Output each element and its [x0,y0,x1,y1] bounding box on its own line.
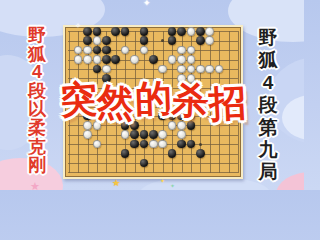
black-stone [111,27,120,36]
board-vline [153,31,154,173]
thumbnail-canvas: { "game": "go", "title": { "main": "突然的杀… [0,0,304,190]
black-stone [121,27,130,36]
white-stone [93,121,102,130]
board-vline [116,31,117,173]
star-icon: ★ [112,178,120,188]
white-stone [177,65,186,74]
black-stone [121,121,130,130]
white-stone [83,130,92,139]
white-stone [168,121,177,130]
board-vline [229,31,230,173]
white-stone [177,121,186,130]
marker-dot [199,143,202,146]
sparkle-icon: ✦ [170,182,175,189]
board-vline [238,31,239,173]
white-stone [83,121,92,130]
right-caption: 野 狐 4 段 第 九 局 [252,27,284,184]
black-stone [177,27,186,36]
white-stone [177,55,186,64]
black-stone [111,55,120,64]
white-stone [187,27,196,36]
black-stone [196,149,205,158]
white-stone [149,140,158,149]
board-vline [163,31,164,173]
board-vline [69,31,70,173]
black-stone [93,27,102,36]
white-stone [205,27,214,36]
black-stone [140,27,149,36]
black-stone [83,112,92,121]
star-icon: ★ [30,180,40,190]
white-stone [83,55,92,64]
black-stone [102,46,111,55]
black-stone [102,74,111,83]
sparkle-icon: ✧ [75,22,81,30]
white-stone [177,74,186,83]
black-stone [149,55,158,64]
white-stone [187,74,196,83]
black-stone [102,55,111,64]
black-stone [130,121,139,130]
black-stone [187,121,196,130]
sparkle-icon: ✦ [143,0,151,8]
black-stone [149,130,158,139]
black-stone [168,27,177,36]
black-stone [102,112,111,121]
black-stone [83,27,92,36]
white-stone [93,55,102,64]
white-stone [177,130,186,139]
black-stone [83,36,92,45]
white-stone [102,65,111,74]
black-stone [177,112,186,121]
black-stone [102,36,111,45]
white-stone [187,55,196,64]
black-stone [196,27,205,36]
white-stone [196,65,205,74]
left-caption: 野 狐 4 段 以 柔 克 刚 [21,26,53,175]
black-stone [196,36,205,45]
white-stone [130,55,139,64]
sparkle-icon: ✦ [160,177,165,184]
board-vline [135,31,136,173]
black-stone [130,130,139,139]
board-vline [210,31,211,173]
board-vline [219,31,220,173]
